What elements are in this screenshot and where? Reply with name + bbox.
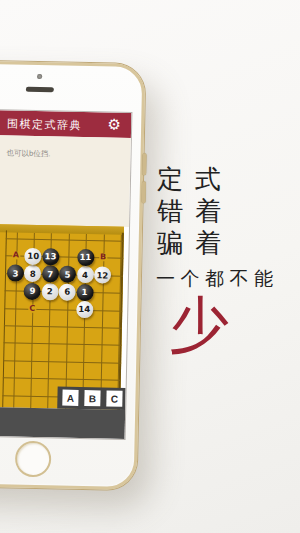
- home-button: [15, 441, 52, 478]
- earpiece-speaker: [26, 87, 54, 93]
- iphone-mockup: 围棋定式辞典 ⚙ 也可以b位挡. ABC1234567891011121314 …: [0, 60, 145, 490]
- app-title: 围棋定式辞典: [7, 116, 82, 133]
- black-stone-7: 7: [42, 265, 59, 282]
- grid-hline: [6, 238, 124, 241]
- grid-hline: [3, 360, 121, 363]
- comment-area: 也可以b位挡.: [0, 134, 131, 227]
- grid-hline: [4, 343, 122, 346]
- white-stone-10: 10: [25, 247, 42, 264]
- gear-icon[interactable]: ⚙: [105, 115, 123, 133]
- black-stone-1: 1: [76, 283, 93, 300]
- app-store-screenshot: 围棋定式辞典 ⚙ 也可以b位挡. ABC1234567891011121314 …: [0, 0, 300, 533]
- black-stone-13: 13: [42, 248, 59, 265]
- grid-hline: [3, 378, 121, 381]
- variation-button-b[interactable]: B: [84, 390, 100, 406]
- variation-button-strip: A B C: [57, 386, 125, 409]
- grid-hline: [4, 308, 122, 311]
- white-stone-4: 4: [76, 266, 93, 283]
- front-camera-dot: [37, 74, 42, 79]
- board-label-b: B: [99, 254, 107, 262]
- volume-up-button: [142, 153, 146, 175]
- headline-line-3: 骗着: [157, 227, 233, 259]
- white-stone-2: 2: [41, 283, 58, 300]
- bottom-toolbar: 8 ☟: [0, 406, 125, 439]
- grid-vline: [65, 234, 70, 409]
- volume-down-button: [142, 181, 146, 203]
- variation-button-c[interactable]: C: [106, 391, 122, 407]
- white-stone-12: 12: [94, 266, 111, 283]
- black-stone-11: 11: [77, 249, 94, 266]
- black-stone-9: 9: [24, 282, 41, 299]
- grid-hline: [4, 325, 122, 328]
- phone-screen: 围棋定式辞典 ⚙ 也可以b位挡. ABC1234567891011121314 …: [0, 109, 131, 439]
- white-stone-6: 6: [59, 283, 76, 300]
- comment-text: 也可以b位挡.: [6, 148, 50, 159]
- app-header: 围棋定式辞典 ⚙: [0, 109, 131, 138]
- black-stone-3: 3: [7, 264, 24, 281]
- variation-button-a[interactable]: A: [62, 390, 78, 406]
- marketing-big-character: 少: [169, 293, 229, 355]
- headline-line-1: 定式: [157, 163, 233, 195]
- headline-line-2: 错着: [157, 195, 233, 227]
- white-stone-8: 8: [24, 265, 41, 282]
- black-stone-5: 5: [59, 266, 76, 283]
- board-label-a: A: [12, 252, 20, 260]
- go-board[interactable]: ABC1234567891011121314: [0, 223, 124, 410]
- white-stone-14: 14: [76, 301, 93, 318]
- board-label-c: C: [28, 304, 36, 312]
- marketing-headline: 定式 错着 骗着: [157, 163, 233, 259]
- board-left-border: [2, 230, 8, 407]
